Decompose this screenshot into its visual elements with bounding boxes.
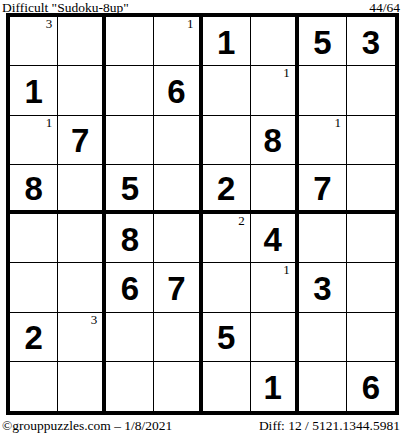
cell-r2c3[interactable] xyxy=(106,66,154,115)
cell-r3c6[interactable]: 8 xyxy=(251,116,299,165)
given-digit: 8 xyxy=(24,170,42,205)
cell-r8c6[interactable]: 1 xyxy=(251,362,299,411)
cell-r5c7[interactable] xyxy=(299,214,347,263)
given-digit: 6 xyxy=(121,270,139,305)
cell-r3c5[interactable] xyxy=(203,116,251,165)
cell-r8c4[interactable] xyxy=(154,362,202,411)
corner-hint-digit: 2 xyxy=(238,214,245,228)
cell-r3c3[interactable] xyxy=(106,116,154,165)
cell-r6c4[interactable]: 7 xyxy=(154,263,202,312)
cell-r5c6[interactable]: 4 xyxy=(251,214,299,263)
cell-r3c1[interactable]: 1 xyxy=(10,116,58,165)
given-digit: 2 xyxy=(217,170,235,205)
cell-r2c5[interactable] xyxy=(203,66,251,115)
cell-r4c2[interactable] xyxy=(58,165,106,214)
cell-r2c6[interactable]: 1 xyxy=(251,66,299,115)
cell-r8c5[interactable] xyxy=(203,362,251,411)
cell-r8c7[interactable] xyxy=(299,362,347,411)
cell-r6c5[interactable] xyxy=(203,263,251,312)
cell-r2c1[interactable]: 1 xyxy=(10,66,58,115)
cell-r5c1[interactable] xyxy=(10,214,58,263)
given-digit: 1 xyxy=(217,24,235,59)
given-digit: 5 xyxy=(313,24,331,59)
cell-r7c7[interactable] xyxy=(299,313,347,362)
difficulty-text: Diff: 12 / 5121.1344.5981 xyxy=(259,418,400,434)
cell-r5c3[interactable]: 8 xyxy=(106,214,154,263)
cell-r1c7[interactable]: 5 xyxy=(299,17,347,66)
cell-r2c4[interactable]: 6 xyxy=(154,66,202,115)
cell-r6c7[interactable]: 3 xyxy=(299,263,347,312)
cell-r3c4[interactable] xyxy=(154,116,202,165)
given-digit: 7 xyxy=(71,122,89,157)
given-digit: 5 xyxy=(217,319,235,354)
cell-r1c1[interactable]: 3 xyxy=(10,17,58,66)
cell-r6c6[interactable]: 1 xyxy=(251,263,299,312)
cell-r1c3[interactable] xyxy=(106,17,154,66)
corner-hint-digit: 3 xyxy=(91,313,98,327)
cell-r8c1[interactable] xyxy=(10,362,58,411)
corner-hint-digit: 1 xyxy=(46,116,53,130)
given-digit: 8 xyxy=(121,221,139,256)
given-digit: 5 xyxy=(121,170,139,205)
copyright-text: ©grouppuzzles.com – 1/8/2021 xyxy=(2,418,172,434)
cell-r7c6[interactable] xyxy=(251,313,299,362)
cell-r4c7[interactable]: 7 xyxy=(299,165,347,214)
given-digit: 8 xyxy=(264,122,282,157)
given-digit: 6 xyxy=(167,73,185,108)
cell-r3c7[interactable]: 1 xyxy=(299,116,347,165)
cell-r8c3[interactable] xyxy=(106,362,154,411)
cell-r5c2[interactable] xyxy=(58,214,106,263)
cell-r5c4[interactable] xyxy=(154,214,202,263)
given-digit: 3 xyxy=(313,270,331,305)
sudoku-board: 3115316117818527824671323516 xyxy=(6,13,399,415)
cell-r1c6[interactable] xyxy=(251,17,299,66)
cell-r7c3[interactable] xyxy=(106,313,154,362)
cell-r6c1[interactable] xyxy=(10,263,58,312)
cell-r5c8[interactable] xyxy=(347,214,395,263)
given-digit: 7 xyxy=(167,270,185,305)
cell-r4c5[interactable]: 2 xyxy=(203,165,251,214)
cell-r1c5[interactable]: 1 xyxy=(203,17,251,66)
given-digit: 6 xyxy=(362,369,380,404)
given-digit: 2 xyxy=(24,319,42,354)
corner-hint-digit: 1 xyxy=(283,66,290,80)
cell-r3c2[interactable]: 7 xyxy=(58,116,106,165)
cell-r3c8[interactable] xyxy=(347,116,395,165)
puzzle-page: Difficult "Sudoku-8up" 44/64 31153161178… xyxy=(0,0,403,437)
cell-r1c2[interactable] xyxy=(58,17,106,66)
cell-r4c4[interactable] xyxy=(154,165,202,214)
cell-r7c2[interactable]: 3 xyxy=(58,313,106,362)
corner-hint-digit: 3 xyxy=(46,17,53,31)
cell-r4c3[interactable]: 5 xyxy=(106,165,154,214)
cell-r6c3[interactable]: 6 xyxy=(106,263,154,312)
corner-hint-digit: 1 xyxy=(187,17,194,31)
cell-r2c7[interactable] xyxy=(299,66,347,115)
cell-r6c2[interactable] xyxy=(58,263,106,312)
given-digit: 1 xyxy=(24,73,42,108)
corner-hint-digit: 1 xyxy=(334,116,341,130)
corner-hint-digit: 1 xyxy=(283,263,290,277)
given-digit: 7 xyxy=(313,170,331,205)
cell-r7c5[interactable]: 5 xyxy=(203,313,251,362)
cell-r5c5[interactable]: 2 xyxy=(203,214,251,263)
cell-r6c8[interactable] xyxy=(347,263,395,312)
cell-r8c8[interactable]: 6 xyxy=(347,362,395,411)
sudoku-grid: 3115316117818527824671323516 xyxy=(10,17,395,411)
cell-r7c4[interactable] xyxy=(154,313,202,362)
cell-r2c2[interactable] xyxy=(58,66,106,115)
given-digit: 1 xyxy=(264,369,282,404)
given-digit: 3 xyxy=(362,24,380,59)
cell-r7c8[interactable] xyxy=(347,313,395,362)
cell-r4c6[interactable] xyxy=(251,165,299,214)
cell-r1c4[interactable]: 1 xyxy=(154,17,202,66)
cell-r4c8[interactable] xyxy=(347,165,395,214)
given-digit: 4 xyxy=(264,221,282,256)
cell-r2c8[interactable] xyxy=(347,66,395,115)
cell-r7c1[interactable]: 2 xyxy=(10,313,58,362)
cell-r1c8[interactable]: 3 xyxy=(347,17,395,66)
cell-r4c1[interactable]: 8 xyxy=(10,165,58,214)
cell-r8c2[interactable] xyxy=(58,362,106,411)
